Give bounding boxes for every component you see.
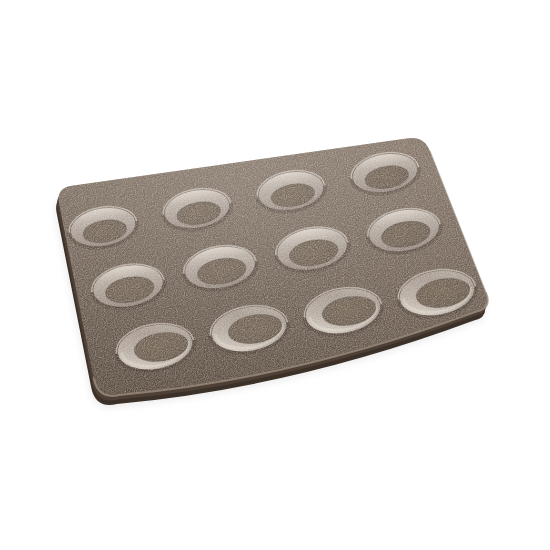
baking-pan-photo <box>0 0 550 550</box>
baking-pan-illustration <box>0 0 550 550</box>
product-photo <box>0 0 550 550</box>
